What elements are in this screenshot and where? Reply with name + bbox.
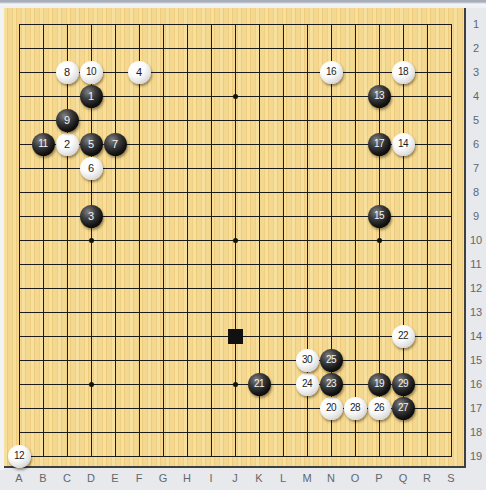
stone-move-number: 8: [64, 67, 70, 78]
row-label-12: 12: [468, 282, 484, 294]
row-label-5: 5: [468, 114, 484, 126]
stone-move-number: 23: [326, 379, 336, 389]
column-label-E: E: [106, 472, 124, 484]
column-label-Q: Q: [394, 472, 412, 484]
stone-move-number: 22: [398, 331, 408, 341]
stone-white-14: 14: [392, 133, 415, 156]
stone-white-22: 22: [392, 325, 415, 348]
stone-black-25: 25: [320, 349, 343, 372]
stone-black-3: 3: [80, 205, 103, 228]
stone-move-number: 15: [374, 211, 384, 221]
stone-white-18: 18: [392, 61, 415, 84]
stone-white-6: 6: [80, 157, 103, 180]
row-label-4: 4: [468, 90, 484, 102]
stone-white-12: 12: [8, 445, 31, 468]
stone-move-number: 5: [88, 139, 94, 150]
stone-black-5: 5: [80, 133, 103, 156]
stone-black-29: 29: [392, 373, 415, 396]
stone-move-number: 7: [112, 139, 118, 150]
stone-move-number: 2: [64, 139, 70, 150]
row-label-7: 7: [468, 162, 484, 174]
column-label-H: H: [178, 472, 196, 484]
stone-move-number: 10: [86, 67, 96, 77]
stone-move-number: 21: [254, 379, 264, 389]
row-label-19: 19: [468, 450, 484, 462]
stone-black-1: 1: [80, 85, 103, 108]
stone-move-number: 17: [374, 139, 384, 149]
go-diagram-window: 1234567891011121314151617181920212223242…: [0, 0, 486, 490]
stone-move-number: 24: [302, 379, 312, 389]
stone-black-9: 9: [56, 109, 79, 132]
star-point: [233, 382, 238, 387]
stone-white-8: 8: [56, 61, 79, 84]
star-point: [89, 238, 94, 243]
row-label-10: 10: [468, 234, 484, 246]
stone-white-10: 10: [80, 61, 103, 84]
row-label-3: 3: [468, 66, 484, 78]
stone-black-11: 11: [32, 133, 55, 156]
stone-black-19: 19: [368, 373, 391, 396]
stone-move-number: 20: [326, 403, 336, 413]
stone-black-7: 7: [104, 133, 127, 156]
stone-white-2: 2: [56, 133, 79, 156]
move-marker-square: [228, 329, 243, 344]
column-label-I: I: [202, 472, 220, 484]
stone-black-21: 21: [248, 373, 271, 396]
column-label-M: M: [298, 472, 316, 484]
stone-black-27: 27: [392, 397, 415, 420]
column-label-A: A: [10, 472, 28, 484]
column-label-B: B: [34, 472, 52, 484]
row-label-18: 18: [468, 426, 484, 438]
row-label-9: 9: [468, 210, 484, 222]
stone-move-number: 4: [136, 67, 142, 78]
row-labels: 12345678910111213141516171819: [466, 0, 486, 490]
stone-move-number: 30: [302, 355, 312, 365]
row-label-13: 13: [468, 306, 484, 318]
star-point: [89, 382, 94, 387]
stone-white-24: 24: [296, 373, 319, 396]
star-point: [233, 94, 238, 99]
stone-move-number: 9: [64, 115, 70, 126]
stone-move-number: 19: [374, 379, 384, 389]
stone-move-number: 11: [38, 139, 47, 149]
stone-black-23: 23: [320, 373, 343, 396]
column-label-J: J: [226, 472, 244, 484]
row-label-17: 17: [468, 402, 484, 414]
row-label-2: 2: [468, 42, 484, 54]
stone-move-number: 12: [14, 451, 24, 461]
stone-white-26: 26: [368, 397, 391, 420]
stone-move-number: 25: [326, 355, 336, 365]
column-label-L: L: [274, 472, 292, 484]
stone-move-number: 27: [398, 403, 408, 413]
column-label-G: G: [154, 472, 172, 484]
column-label-N: N: [322, 472, 340, 484]
stone-move-number: 16: [326, 67, 336, 77]
star-point: [233, 238, 238, 243]
row-label-6: 6: [468, 138, 484, 150]
column-label-D: D: [82, 472, 100, 484]
row-label-1: 1: [468, 18, 484, 30]
column-label-C: C: [58, 472, 76, 484]
stone-white-30: 30: [296, 349, 319, 372]
stone-black-13: 13: [368, 85, 391, 108]
star-point: [377, 238, 382, 243]
row-label-14: 14: [468, 330, 484, 342]
row-label-15: 15: [468, 354, 484, 366]
column-label-O: O: [346, 472, 364, 484]
stone-move-number: 1: [88, 91, 94, 102]
go-board[interactable]: 1234567891011121314151617181920212223242…: [3, 7, 466, 468]
stone-move-number: 13: [374, 91, 384, 101]
stone-move-number: 6: [88, 163, 94, 174]
stone-white-16: 16: [320, 61, 343, 84]
row-label-16: 16: [468, 378, 484, 390]
stone-move-number: 28: [350, 403, 360, 413]
stone-move-number: 18: [398, 67, 408, 77]
stone-move-number: 3: [88, 211, 94, 222]
column-label-R: R: [418, 472, 436, 484]
column-label-K: K: [250, 472, 268, 484]
window-top-frame: [0, 0, 486, 8]
row-label-8: 8: [468, 186, 484, 198]
column-label-F: F: [130, 472, 148, 484]
stone-move-number: 26: [374, 403, 384, 413]
column-labels: ABCDEFGHIJKLMNOPQRS: [0, 468, 466, 490]
row-label-11: 11: [468, 258, 484, 270]
column-label-S: S: [442, 472, 460, 484]
stone-white-28: 28: [344, 397, 367, 420]
stone-move-number: 29: [398, 379, 408, 389]
column-label-P: P: [370, 472, 388, 484]
stone-move-number: 14: [398, 139, 408, 149]
stone-white-4: 4: [128, 61, 151, 84]
window-left-frame: [0, 8, 4, 470]
stone-black-15: 15: [368, 205, 391, 228]
stone-black-17: 17: [368, 133, 391, 156]
stone-white-20: 20: [320, 397, 343, 420]
